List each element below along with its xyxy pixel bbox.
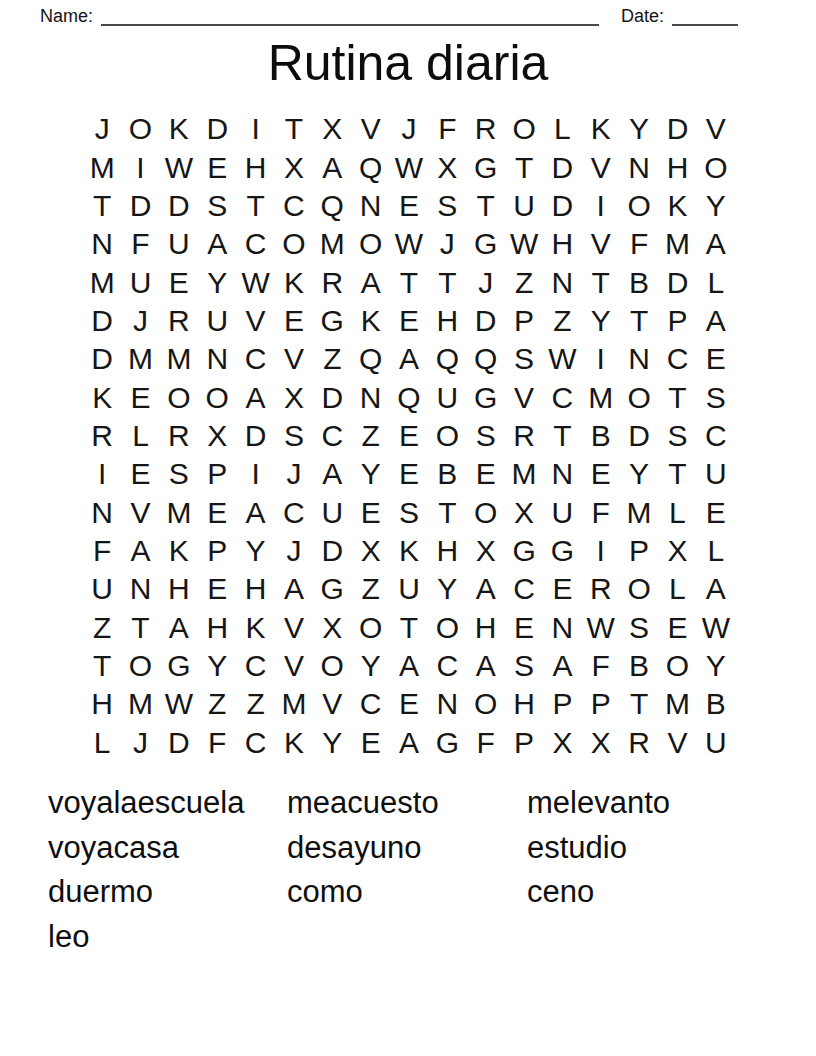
grid-cell[interactable]: T <box>390 609 428 647</box>
grid-cell[interactable]: M <box>121 685 159 723</box>
grid-cell[interactable]: O <box>313 647 351 685</box>
grid-cell[interactable]: T <box>467 187 505 225</box>
grid-cell[interactable]: K <box>582 110 620 148</box>
grid-cell[interactable]: H <box>467 609 505 647</box>
grid-cell[interactable]: W <box>505 225 543 263</box>
grid-cell[interactable]: D <box>620 417 658 455</box>
grid-cell[interactable]: N <box>198 340 236 378</box>
grid-cell[interactable]: P <box>543 685 581 723</box>
grid-cell[interactable]: S <box>198 187 236 225</box>
grid-cell[interactable]: O <box>658 647 696 685</box>
grid-cell[interactable]: N <box>543 609 581 647</box>
grid-cell[interactable]: B <box>620 263 658 301</box>
grid-cell[interactable]: S <box>275 417 313 455</box>
grid-cell[interactable]: M <box>121 340 159 378</box>
grid-cell[interactable]: W <box>390 225 428 263</box>
grid-cell[interactable]: D <box>543 148 581 186</box>
grid-cell[interactable]: X <box>467 532 505 570</box>
grid-cell[interactable]: F <box>582 494 620 532</box>
grid-cell[interactable]: V <box>351 110 389 148</box>
grid-cell[interactable]: N <box>620 148 658 186</box>
grid-cell[interactable]: E <box>390 685 428 723</box>
date-input-line[interactable] <box>672 4 738 26</box>
grid-cell[interactable]: Z <box>198 685 236 723</box>
grid-cell[interactable]: L <box>697 263 735 301</box>
grid-cell[interactable]: N <box>121 570 159 608</box>
grid-cell[interactable]: J <box>467 263 505 301</box>
grid-cell[interactable]: C <box>543 378 581 416</box>
grid-cell[interactable]: J <box>121 724 159 762</box>
grid-cell[interactable]: Z <box>543 302 581 340</box>
grid-cell[interactable]: H <box>160 570 198 608</box>
grid-cell[interactable]: V <box>505 378 543 416</box>
grid-cell[interactable]: I <box>83 455 121 493</box>
grid-cell[interactable]: R <box>83 417 121 455</box>
grid-cell[interactable]: O <box>275 225 313 263</box>
grid-cell[interactable]: O <box>467 494 505 532</box>
grid-cell[interactable]: C <box>236 340 274 378</box>
grid-cell[interactable]: S <box>467 417 505 455</box>
grid-cell[interactable]: V <box>275 609 313 647</box>
grid-cell[interactable]: X <box>198 417 236 455</box>
grid-cell[interactable]: U <box>198 302 236 340</box>
grid-cell[interactable]: K <box>390 532 428 570</box>
grid-cell[interactable]: A <box>160 609 198 647</box>
grid-cell[interactable]: M <box>620 494 658 532</box>
grid-cell[interactable]: O <box>620 378 658 416</box>
grid-cell[interactable]: E <box>582 455 620 493</box>
word-list-item: voyacasa <box>48 826 287 871</box>
grid-cell[interactable]: T <box>428 494 466 532</box>
grid-cell[interactable]: E <box>390 417 428 455</box>
grid-cell[interactable]: H <box>236 148 274 186</box>
grid-cell[interactable]: F <box>198 724 236 762</box>
grid-cell[interactable]: G <box>313 570 351 608</box>
grid-cell[interactable]: D <box>160 187 198 225</box>
grid-cell[interactable]: W <box>390 148 428 186</box>
grid-cell[interactable]: V <box>313 685 351 723</box>
grid-cell[interactable]: F <box>121 225 159 263</box>
grid-cell[interactable]: U <box>83 570 121 608</box>
grid-cell[interactable]: A <box>697 302 735 340</box>
grid-cell[interactable]: U <box>160 225 198 263</box>
grid-cell[interactable]: B <box>428 455 466 493</box>
grid-cell[interactable]: K <box>658 187 696 225</box>
grid-cell[interactable]: N <box>543 455 581 493</box>
grid-cell[interactable]: H <box>428 302 466 340</box>
grid-cell[interactable]: V <box>582 148 620 186</box>
grid-cell[interactable]: O <box>351 609 389 647</box>
grid-cell[interactable]: A <box>236 494 274 532</box>
grid-cell[interactable]: N <box>351 187 389 225</box>
grid-cell[interactable]: P <box>505 302 543 340</box>
grid-cell[interactable]: A <box>697 225 735 263</box>
grid-cell[interactable]: X <box>428 148 466 186</box>
grid-cell[interactable]: E <box>121 378 159 416</box>
grid-cell[interactable]: U <box>313 494 351 532</box>
grid-cell[interactable]: Y <box>620 110 658 148</box>
grid-cell[interactable]: U <box>428 378 466 416</box>
grid-cell[interactable]: A <box>390 647 428 685</box>
grid-cell[interactable]: X <box>543 724 581 762</box>
grid-cell[interactable]: T <box>390 263 428 301</box>
grid-cell[interactable]: A <box>313 455 351 493</box>
grid-cell[interactable]: C <box>236 225 274 263</box>
grid-cell[interactable]: A <box>121 532 159 570</box>
grid-cell[interactable]: L <box>658 570 696 608</box>
word-list-item: meacuesto <box>287 781 527 826</box>
grid-cell[interactable]: S <box>505 647 543 685</box>
grid-cell[interactable]: D <box>121 187 159 225</box>
grid-cell[interactable]: C <box>236 724 274 762</box>
word-list-column: melevantoestudioceno <box>527 781 670 959</box>
grid-cell[interactable]: U <box>505 187 543 225</box>
grid-cell[interactable]: P <box>620 532 658 570</box>
grid-cell[interactable]: B <box>620 647 658 685</box>
grid-cell[interactable]: O <box>428 609 466 647</box>
grid-cell[interactable]: R <box>582 570 620 608</box>
grid-cell[interactable]: M <box>313 225 351 263</box>
grid-cell[interactable]: W <box>236 263 274 301</box>
grid-cell[interactable]: Z <box>83 609 121 647</box>
grid-cell[interactable]: P <box>505 724 543 762</box>
grid-cell[interactable]: K <box>160 110 198 148</box>
grid-cell[interactable]: H <box>236 570 274 608</box>
grid-cell[interactable]: S <box>390 494 428 532</box>
grid-cell[interactable]: Y <box>351 455 389 493</box>
grid-cell[interactable]: K <box>160 532 198 570</box>
grid-cell[interactable]: M <box>160 340 198 378</box>
grid-cell[interactable]: G <box>543 532 581 570</box>
grid-cell[interactable]: D <box>198 110 236 148</box>
grid-cell[interactable]: A <box>236 378 274 416</box>
grid-cell[interactable]: U <box>697 455 735 493</box>
grid-cell[interactable]: L <box>543 110 581 148</box>
grid-cell[interactable]: S <box>160 455 198 493</box>
grid-cell[interactable]: W <box>582 609 620 647</box>
grid-cell[interactable]: I <box>236 455 274 493</box>
grid-cell[interactable]: Z <box>313 340 351 378</box>
grid-cell[interactable]: L <box>121 417 159 455</box>
grid-cell[interactable]: Z <box>236 685 274 723</box>
grid-cell[interactable]: H <box>428 532 466 570</box>
grid-cell[interactable]: E <box>160 263 198 301</box>
grid-cell[interactable]: T <box>620 302 658 340</box>
grid-cell[interactable]: E <box>505 609 543 647</box>
grid-cell[interactable]: H <box>658 148 696 186</box>
grid-cell[interactable]: D <box>658 110 696 148</box>
grid-cell[interactable]: J <box>428 225 466 263</box>
grid-cell[interactable]: D <box>160 724 198 762</box>
grid-cell[interactable]: D <box>83 302 121 340</box>
grid-cell[interactable]: T <box>658 455 696 493</box>
grid-cell[interactable]: E <box>275 302 313 340</box>
grid-cell[interactable]: P <box>658 302 696 340</box>
grid-cell[interactable]: H <box>198 609 236 647</box>
grid-cell[interactable]: D <box>467 302 505 340</box>
grid-cell[interactable]: N <box>543 263 581 301</box>
grid-cell[interactable]: F <box>83 532 121 570</box>
grid-cell[interactable]: N <box>83 494 121 532</box>
grid-cell[interactable]: R <box>505 417 543 455</box>
grid-cell[interactable]: Y <box>428 570 466 608</box>
word-list-item: estudio <box>527 826 670 871</box>
grid-cell[interactable]: H <box>83 685 121 723</box>
grid-cell[interactable]: R <box>467 110 505 148</box>
grid-cell[interactable]: O <box>428 417 466 455</box>
grid-cell[interactable]: I <box>582 532 620 570</box>
grid-cell[interactable]: G <box>467 378 505 416</box>
grid-cell[interactable]: E <box>697 494 735 532</box>
grid-cell[interactable]: Z <box>351 417 389 455</box>
grid-cell[interactable]: G <box>505 532 543 570</box>
grid-cell[interactable]: M <box>160 494 198 532</box>
grid-cell[interactable]: G <box>160 647 198 685</box>
grid-cell[interactable]: K <box>351 302 389 340</box>
grid-cell[interactable]: I <box>236 110 274 148</box>
grid-cell[interactable]: D <box>313 532 351 570</box>
grid-cell[interactable]: T <box>275 110 313 148</box>
grid-cell[interactable]: T <box>658 378 696 416</box>
grid-cell[interactable]: G <box>313 302 351 340</box>
grid-cell[interactable]: N <box>620 340 658 378</box>
grid-cell[interactable]: T <box>620 685 658 723</box>
grid-cell[interactable]: F <box>582 647 620 685</box>
grid-cell[interactable]: R <box>160 417 198 455</box>
grid-cell[interactable]: O <box>620 187 658 225</box>
grid-cell[interactable]: O <box>505 110 543 148</box>
grid-cell[interactable]: W <box>160 685 198 723</box>
word-list-item: melevanto <box>527 781 670 826</box>
grid-cell[interactable]: E <box>390 187 428 225</box>
grid-cell[interactable]: G <box>428 724 466 762</box>
grid-cell[interactable]: E <box>390 455 428 493</box>
grid-cell[interactable]: A <box>313 148 351 186</box>
grid-cell[interactable]: X <box>313 110 351 148</box>
grid-cell[interactable]: A <box>351 263 389 301</box>
grid-cell[interactable]: F <box>620 225 658 263</box>
grid-cell[interactable]: L <box>697 532 735 570</box>
grid-cell[interactable]: O <box>467 685 505 723</box>
grid-cell[interactable]: O <box>121 110 159 148</box>
grid-cell[interactable]: Q <box>313 187 351 225</box>
grid-cell[interactable]: E <box>351 724 389 762</box>
grid-cell[interactable]: Q <box>467 340 505 378</box>
grid-cell[interactable]: V <box>275 647 313 685</box>
grid-cell[interactable]: E <box>658 609 696 647</box>
grid-cell[interactable]: E <box>543 570 581 608</box>
grid-cell[interactable]: I <box>121 148 159 186</box>
grid-cell[interactable]: M <box>658 225 696 263</box>
grid-cell[interactable]: M <box>83 263 121 301</box>
grid-cell[interactable]: Q <box>428 340 466 378</box>
grid-cell[interactable]: A <box>467 647 505 685</box>
grid-cell[interactable]: V <box>236 302 274 340</box>
grid-cell[interactable]: D <box>236 417 274 455</box>
grid-cell[interactable]: U <box>697 724 735 762</box>
grid-cell[interactable]: T <box>543 417 581 455</box>
grid-cell[interactable]: N <box>428 685 466 723</box>
grid-cell[interactable]: Y <box>620 455 658 493</box>
grid-cell[interactable]: X <box>351 532 389 570</box>
grid-cell[interactable]: K <box>275 724 313 762</box>
grid-cell[interactable]: E <box>198 494 236 532</box>
grid-cell[interactable]: G <box>467 148 505 186</box>
grid-cell[interactable]: T <box>582 263 620 301</box>
grid-cell[interactable]: A <box>390 724 428 762</box>
grid-cell[interactable]: R <box>160 302 198 340</box>
grid-cell[interactable]: S <box>505 340 543 378</box>
grid-cell[interactable]: Z <box>505 263 543 301</box>
word-list-column: voyalaescuelavoyacasaduermoleo <box>48 781 287 959</box>
grid-cell[interactable]: W <box>697 609 735 647</box>
grid-cell[interactable]: J <box>275 532 313 570</box>
grid-cell[interactable]: V <box>582 225 620 263</box>
grid-cell[interactable]: V <box>658 724 696 762</box>
grid-cell[interactable]: M <box>658 685 696 723</box>
grid-cell[interactable]: E <box>198 148 236 186</box>
grid-cell[interactable]: R <box>620 724 658 762</box>
grid-cell[interactable]: Q <box>390 378 428 416</box>
grid-cell[interactable]: X <box>275 148 313 186</box>
grid-cell[interactable]: T <box>236 187 274 225</box>
grid-cell[interactable]: M <box>505 455 543 493</box>
grid-cell[interactable]: D <box>658 263 696 301</box>
grid-cell[interactable]: Z <box>351 570 389 608</box>
grid-cell[interactable]: O <box>351 225 389 263</box>
grid-cell[interactable]: Q <box>351 340 389 378</box>
grid-cell[interactable]: E <box>121 455 159 493</box>
name-input-line[interactable] <box>101 4 599 26</box>
grid-cell[interactable]: A <box>543 647 581 685</box>
grid-cell[interactable]: P <box>198 532 236 570</box>
grid-cell[interactable]: Y <box>198 647 236 685</box>
grid-cell[interactable]: P <box>198 455 236 493</box>
grid-cell[interactable]: A <box>697 570 735 608</box>
grid-cell[interactable]: J <box>275 455 313 493</box>
grid-cell[interactable]: H <box>505 685 543 723</box>
grid-cell[interactable]: Y <box>313 724 351 762</box>
grid-cell[interactable]: C <box>658 340 696 378</box>
grid-cell[interactable]: L <box>658 494 696 532</box>
grid-cell[interactable]: A <box>198 225 236 263</box>
grid-cell[interactable]: K <box>236 609 274 647</box>
grid-cell[interactable]: X <box>275 378 313 416</box>
grid-cell[interactable]: A <box>275 570 313 608</box>
grid-cell[interactable]: J <box>83 110 121 148</box>
grid-cell[interactable]: V <box>121 494 159 532</box>
grid-cell[interactable]: N <box>351 378 389 416</box>
grid-cell[interactable]: V <box>275 340 313 378</box>
grid-cell[interactable]: E <box>697 340 735 378</box>
grid-cell[interactable]: E <box>390 302 428 340</box>
grid-cell[interactable]: T <box>83 187 121 225</box>
grid-cell[interactable]: C <box>428 647 466 685</box>
grid-cell[interactable]: Q <box>351 148 389 186</box>
grid-cell[interactable]: Y <box>198 263 236 301</box>
grid-cell[interactable]: O <box>697 148 735 186</box>
word-list-item: como <box>287 870 527 915</box>
grid-cell[interactable]: J <box>121 302 159 340</box>
grid-cell[interactable]: V <box>697 110 735 148</box>
grid-cell[interactable]: S <box>658 417 696 455</box>
grid-cell[interactable]: F <box>428 110 466 148</box>
grid-cell[interactable]: C <box>505 570 543 608</box>
grid-cell[interactable]: J <box>390 110 428 148</box>
grid-cell[interactable]: I <box>582 187 620 225</box>
grid-cell[interactable]: O <box>121 647 159 685</box>
grid-cell[interactable]: S <box>428 187 466 225</box>
grid-cell[interactable]: U <box>543 494 581 532</box>
grid-cell[interactable]: U <box>121 263 159 301</box>
grid-cell[interactable]: S <box>697 378 735 416</box>
grid-cell[interactable]: E <box>198 570 236 608</box>
grid-cell[interactable]: Y <box>697 647 735 685</box>
grid-cell[interactable]: C <box>236 647 274 685</box>
grid-cell[interactable]: I <box>582 340 620 378</box>
grid-cell[interactable]: T <box>83 647 121 685</box>
grid-cell[interactable]: Y <box>582 302 620 340</box>
grid-cell[interactable]: C <box>275 187 313 225</box>
grid-cell[interactable]: D <box>543 187 581 225</box>
grid-cell[interactable]: T <box>505 148 543 186</box>
grid-cell[interactable]: C <box>313 417 351 455</box>
grid-cell[interactable]: H <box>543 225 581 263</box>
grid-cell[interactable]: X <box>313 609 351 647</box>
grid-cell[interactable]: N <box>83 225 121 263</box>
grid-cell[interactable]: O <box>198 378 236 416</box>
grid-cell[interactable]: X <box>658 532 696 570</box>
grid-cell[interactable]: L <box>83 724 121 762</box>
page-title: Rutina diaria <box>0 34 816 92</box>
grid-cell[interactable]: A <box>467 570 505 608</box>
grid-cell[interactable]: U <box>390 570 428 608</box>
grid-cell[interactable]: X <box>582 724 620 762</box>
grid-cell[interactable]: K <box>275 263 313 301</box>
grid-cell[interactable]: G <box>467 225 505 263</box>
grid-cell[interactable]: T <box>121 609 159 647</box>
grid-cell[interactable]: B <box>697 685 735 723</box>
grid-cell[interactable]: Y <box>697 187 735 225</box>
word-list-item: leo <box>48 915 287 960</box>
grid-cell[interactable]: M <box>83 148 121 186</box>
grid-cell[interactable]: T <box>428 263 466 301</box>
grid-cell[interactable]: O <box>620 570 658 608</box>
grid-cell[interactable]: R <box>313 263 351 301</box>
grid-cell[interactable]: P <box>582 685 620 723</box>
grid-cell[interactable]: C <box>275 494 313 532</box>
grid-cell[interactable]: W <box>543 340 581 378</box>
grid-cell[interactable]: C <box>697 417 735 455</box>
grid-cell[interactable]: X <box>505 494 543 532</box>
grid-cell[interactable]: D <box>313 378 351 416</box>
grid-cell[interactable]: E <box>351 494 389 532</box>
grid-cell[interactable]: D <box>83 340 121 378</box>
grid-cell[interactable]: F <box>467 724 505 762</box>
grid-cell[interactable]: C <box>351 685 389 723</box>
grid-cell[interactable]: K <box>83 378 121 416</box>
grid-cell[interactable]: Y <box>236 532 274 570</box>
grid-cell[interactable]: B <box>582 417 620 455</box>
grid-cell[interactable]: W <box>160 148 198 186</box>
grid-cell[interactable]: S <box>620 609 658 647</box>
grid-cell[interactable]: M <box>275 685 313 723</box>
grid-cell[interactable]: Y <box>351 647 389 685</box>
grid-cell[interactable]: M <box>582 378 620 416</box>
grid-cell[interactable]: A <box>390 340 428 378</box>
grid-cell[interactable]: E <box>467 455 505 493</box>
grid-cell[interactable]: O <box>160 378 198 416</box>
